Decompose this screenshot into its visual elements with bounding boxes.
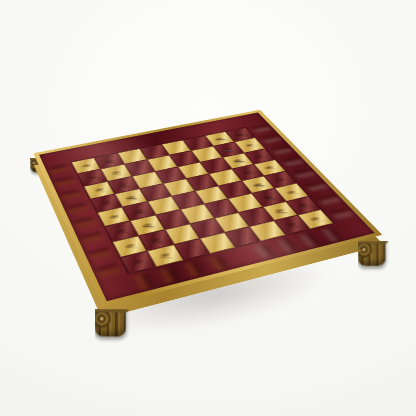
- board-square[interactable]: [209, 169, 241, 186]
- board-foot-near: [95, 309, 126, 337]
- board-foot-right: [358, 241, 386, 266]
- perspective-container: ♜♟♟♜♞♟♟♞♝♟♟♝♛♟♟♛♚♟♟♚♝♟♟♝♞♟♟♞♜♟♟♜: [0, 0, 416, 416]
- board-grid: ♜♟♟♜♞♟♟♞♝♟♟♝♛♟♟♛♚♟♟♚♝♟♟♝♞♟♟♞♜♟♟♜: [70, 127, 335, 275]
- board-3d-wrapper: ♜♟♟♜♞♟♟♞♝♟♟♝♛♟♟♛♚♟♟♚♝♟♟♝♞♟♟♞♜♟♟♜: [33, 110, 382, 306]
- product-photo-scene: ♜♟♟♜♞♟♟♞♝♟♟♝♛♟♟♛♚♟♟♚♝♟♟♝♞♟♟♞♜♟♟♜: [0, 0, 416, 416]
- board-border-margin: ♜♟♟♜♞♟♟♞♝♟♟♝♛♟♟♛♚♟♟♚♝♟♟♝♞♟♟♞♜♟♟♜: [39, 112, 375, 301]
